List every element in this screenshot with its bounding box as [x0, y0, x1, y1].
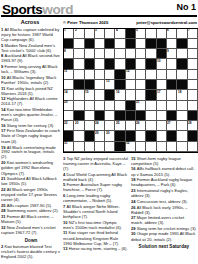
clue-item: 3 Top NZ jockey enjoyed successful train…: [63, 156, 128, 171]
grid-cell[interactable]: [157, 29, 167, 39]
cell-number: 15: [85, 90, 88, 93]
grid-cell[interactable]: [115, 101, 125, 111]
black-cell: [105, 59, 115, 69]
clue-item: 24 Concussion test, abbrev (3).: [131, 199, 197, 204]
grid-cell[interactable]: [105, 121, 115, 131]
grid-cell[interactable]: 10: [157, 59, 167, 69]
grid-cell[interactable]: 25: [115, 121, 125, 131]
clue-number: 5: [63, 183, 66, 187]
grid-cell[interactable]: 31: [64, 142, 74, 152]
grid-cell[interactable]: [188, 39, 198, 49]
clue-number: 18: [131, 178, 137, 182]
grid-cell[interactable]: [146, 142, 156, 152]
clue-item: 31 Former All Black centre, – Matson (5)…: [1, 214, 61, 224]
grid-cell[interactable]: [188, 80, 198, 90]
grid-cell[interactable]: 27: [167, 121, 177, 131]
clue-item: 8 Auckland All Black second-five 1993-97…: [1, 54, 61, 64]
grid-cell[interactable]: [64, 111, 74, 121]
down-clue-column-right: 15 Short-form rugby league competition (…: [131, 156, 197, 250]
grid-cell[interactable]: [188, 142, 198, 152]
grid-cell[interactable]: 16: [115, 90, 125, 100]
black-cell: [115, 111, 125, 121]
grid-cell[interactable]: [146, 111, 156, 121]
clue-item: 2 Kiwi batsman blasted Test cricket's fa…: [1, 244, 61, 259]
grid-cell[interactable]: 20: [64, 101, 74, 111]
grid-cell[interactable]: [146, 29, 156, 39]
grid-cell[interactable]: 22: [64, 121, 74, 131]
clue-number: 10: [1, 75, 7, 79]
grid-cell[interactable]: [157, 111, 167, 121]
clue-number: 20: [1, 160, 7, 164]
grid-cell[interactable]: [167, 101, 177, 111]
grid-cell[interactable]: [188, 70, 198, 80]
grid-cell[interactable]: [167, 142, 177, 152]
across-clue-list: 1 All Blacks captain sidelined by injury…: [1, 27, 61, 235]
grid-cell[interactable]: [74, 142, 84, 152]
clue-item: 29 Slang term for cricket innings (3).: [131, 226, 197, 231]
grid-cell[interactable]: [167, 59, 177, 69]
grid-cell[interactable]: 9: [167, 49, 177, 59]
clue-item: 18 Former Auckland rugby league headquar…: [131, 178, 197, 188]
clue-number: 1: [1, 27, 4, 31]
clue-number: 23: [131, 188, 137, 192]
grid-cell[interactable]: [157, 142, 167, 152]
cell-number: 11: [64, 69, 67, 72]
black-cell: [64, 39, 74, 49]
grid-cell[interactable]: [177, 142, 187, 152]
black-cell: [167, 111, 177, 121]
black-cell: [105, 90, 115, 100]
black-cell: [188, 111, 198, 121]
grid-cell[interactable]: [85, 29, 95, 39]
black-cell: [146, 90, 156, 100]
black-cell: [126, 29, 136, 39]
clue-item: 30 Otago prop made 1995 All Black debut …: [131, 232, 197, 242]
cell-number: 20: [64, 100, 67, 103]
clue-number: 11: [1, 86, 6, 90]
grid-cell[interactable]: [95, 101, 105, 111]
clue-number: 5: [1, 43, 4, 47]
grid-cell[interactable]: [105, 111, 115, 121]
clue-number: 16: [131, 167, 137, 171]
grid-cell[interactable]: [95, 70, 105, 80]
grid-cell[interactable]: [74, 59, 84, 69]
grid-cell[interactable]: 15: [85, 90, 95, 100]
grid-cell[interactable]: [74, 70, 84, 80]
clue-item: 5 Maiden New Zealand men's Test cricket'…: [1, 43, 61, 53]
clue-item: 11 Kiwi utility back joined NZ Warriors …: [1, 86, 61, 96]
cell-number: 12: [126, 69, 129, 72]
black-cell: [146, 59, 156, 69]
black-cell: [136, 111, 146, 121]
clue-item: 11 Kiwi stayer ran third behind record-b…: [63, 231, 128, 246]
grid-cell[interactable]: [105, 101, 115, 111]
copyright-line: © Peter Thomson 2020: [63, 20, 108, 25]
grid-cell[interactable]: [177, 29, 187, 39]
black-cell: [126, 111, 136, 121]
grid-cell[interactable]: [136, 80, 146, 90]
cell-number: 3: [95, 28, 97, 31]
grid-cell[interactable]: 30: [105, 131, 115, 141]
grid-cell[interactable]: [115, 39, 125, 49]
clue-item: 10 All Blacks' legendary 'Black Panther'…: [1, 75, 61, 85]
clue-number: 32: [1, 225, 7, 229]
clue-number: 24: [131, 199, 137, 203]
clue-item: 15 Short-form rugby league competition (…: [131, 156, 197, 166]
grid-cell[interactable]: [146, 101, 156, 111]
black-cell: [157, 49, 167, 59]
cell-number: 10: [157, 59, 160, 62]
page-title: Sportsword: [2, 0, 73, 14]
across-heading: Across: [0, 19, 60, 25]
cell-number: 25: [116, 121, 119, 124]
grid-cell[interactable]: [95, 90, 105, 100]
crossword-grid[interactable]: 1234567891011121314151617182021222324252…: [63, 28, 198, 154]
cell-number: 27: [167, 121, 170, 124]
grid-cell[interactable]: 28: [188, 121, 198, 131]
cell-number: 32: [126, 141, 129, 144]
clue-number: 11: [63, 231, 68, 235]
clue-item: 5 Former Australian Super rugby franchis…: [63, 183, 128, 193]
solution-note: Solution next Saturday: [131, 244, 197, 250]
grid-cell[interactable]: 2: [74, 29, 84, 39]
clue-item: 32 New Zealand men's cricket captain 196…: [1, 225, 61, 235]
grid-cell[interactable]: 23: [74, 121, 84, 131]
clue-item: 14 Kiwi two-time Wimbledon men's singles…: [1, 107, 61, 122]
grid-cell[interactable]: 4: [115, 29, 125, 39]
grid-cell[interactable]: [115, 59, 125, 69]
grid-cell[interactable]: 3: [95, 29, 105, 39]
clue-item: 16 ABs halfback earned debut call-up v S…: [131, 167, 197, 177]
cell-number: 13: [106, 79, 109, 82]
grid-cell[interactable]: [157, 101, 167, 111]
clue-item: 10 NZ's first two-time Olympic men's 150…: [63, 220, 128, 230]
cell-number: 5: [136, 28, 138, 31]
grid-cell[interactable]: [177, 70, 187, 80]
clue-item: 22 All Black winger 1990s enjoyed stella…: [1, 187, 61, 202]
clue-item: 12 Highlanders All Black centre 2014-17 …: [1, 97, 61, 107]
grid-cell[interactable]: [95, 49, 105, 59]
clue-number: 3: [63, 156, 66, 160]
down-clue-list-middle: 3 Top NZ jockey enjoyed successful train…: [63, 156, 128, 252]
grid-cell[interactable]: [126, 49, 136, 59]
grid-cell[interactable]: [74, 90, 84, 100]
issue-number: No 1: [176, 2, 196, 12]
cell-number: 21: [136, 100, 139, 103]
grid-cell[interactable]: [64, 80, 74, 90]
clue-number: 29: [131, 226, 137, 230]
clue-number: 7: [63, 204, 66, 208]
clue-number: 8: [1, 54, 4, 58]
cell-number: 1: [64, 28, 66, 31]
clue-item: 9 Former long-serving All Black lock, – …: [1, 64, 61, 74]
cell-number: 23: [75, 121, 78, 124]
black-cell: [126, 39, 136, 49]
across-clue-column: 1 All Blacks captain sidelined by injury…: [1, 27, 61, 260]
grid-cell[interactable]: [85, 121, 95, 131]
grid-cell[interactable]: [177, 111, 187, 121]
grid-cell[interactable]: [105, 142, 115, 152]
grid-cell[interactable]: [188, 101, 198, 111]
grid-cell[interactable]: [126, 80, 136, 90]
cell-number: 4: [116, 28, 118, 31]
black-cell: [85, 59, 95, 69]
grid-cell[interactable]: [95, 39, 105, 49]
black-cell: [177, 80, 187, 90]
grid-cell[interactable]: 8: [64, 49, 74, 59]
grid-cell[interactable]: [146, 49, 156, 59]
clue-number: 4: [63, 172, 66, 176]
grid-cell[interactable]: 12: [126, 70, 136, 80]
down-clue-list-right: 15 Short-form rugby league competition (…: [131, 156, 197, 242]
clue-number: 17: [1, 129, 7, 133]
cell-number: 2: [75, 28, 77, 31]
clue-number: 21: [1, 176, 7, 180]
black-cell: [167, 131, 177, 141]
black-cell: [85, 80, 95, 90]
black-cell: [115, 80, 125, 90]
grid-cell[interactable]: [167, 39, 177, 49]
grid-cell[interactable]: 24: [95, 121, 105, 131]
black-cell: [95, 111, 105, 121]
grid-cell[interactable]: [167, 70, 177, 80]
black-cell: [85, 39, 95, 49]
grid-cell[interactable]: [85, 70, 95, 80]
grid-cell[interactable]: 26: [136, 121, 146, 131]
grid-cell[interactable]: [105, 49, 115, 59]
clue-item: 20 Kiwi women's windsurfing golden girl …: [1, 160, 61, 175]
black-cell: [146, 39, 156, 49]
grid-cell[interactable]: 6: [167, 29, 177, 39]
cell-number: 30: [106, 131, 109, 134]
grid-cell[interactable]: [85, 142, 95, 152]
grid-cell[interactable]: [95, 142, 105, 152]
cell-number: 29: [95, 131, 98, 134]
clue-item: 7 All Black winger Nehe Milner-Skudder's…: [63, 204, 128, 219]
grid-cell[interactable]: [146, 70, 156, 80]
grid-cell[interactable]: [157, 131, 167, 141]
black-cell: [74, 111, 84, 121]
masthead-rule: [1, 15, 197, 17]
clue-number: 25: [1, 203, 7, 207]
black-cell: [188, 131, 198, 141]
grid-cell[interactable]: [74, 131, 84, 141]
grid-cell[interactable]: 29: [95, 131, 105, 141]
black-cell: [177, 59, 187, 69]
grid-cell[interactable]: [188, 49, 198, 59]
grid-cell[interactable]: [146, 121, 156, 131]
grid-cell[interactable]: [177, 49, 187, 59]
down-clue-list-left: 2 Kiwi batsman blasted Test cricket's fa…: [1, 244, 61, 259]
black-cell: [146, 80, 156, 90]
grid-cell[interactable]: [95, 80, 105, 90]
clue-number: 12: [1, 97, 7, 101]
grid-cell[interactable]: [136, 70, 146, 80]
grid-cell[interactable]: [136, 39, 146, 49]
grid-cell[interactable]: [126, 121, 136, 131]
cell-number: 14: [64, 90, 67, 93]
cell-number: 28: [188, 121, 191, 124]
clue-item: 25 ABs captain 1987-90 (5).: [1, 203, 61, 208]
down-heading: Down: [1, 237, 61, 243]
cell-number: 16: [116, 90, 119, 93]
clue-item: 26 All Black lock early 1990s, – Riddell…: [131, 205, 197, 215]
black-cell: [115, 70, 125, 80]
grid-cell[interactable]: [85, 111, 95, 121]
cell-number: 22: [64, 121, 67, 124]
grid-cell[interactable]: [157, 80, 167, 90]
clue-number: 16: [1, 123, 7, 127]
grid-cell[interactable]: 11: [64, 70, 74, 80]
clue-number: 19: [1, 145, 7, 149]
clue-number: 2: [1, 244, 4, 248]
grid-cell[interactable]: 17: [157, 90, 167, 100]
black-cell: [146, 131, 156, 141]
grid-cell[interactable]: [177, 131, 187, 141]
cell-number: 31: [64, 141, 67, 144]
black-cell: [115, 131, 125, 141]
grid-cell[interactable]: [85, 49, 95, 59]
grid-cell[interactable]: 21: [136, 101, 146, 111]
grid-cell[interactable]: [85, 101, 95, 111]
black-cell: [115, 142, 125, 152]
grid-cell[interactable]: [105, 29, 115, 39]
black-cell: [167, 80, 177, 90]
grid-cell[interactable]: 18: [177, 90, 187, 100]
grid-cell[interactable]: [188, 90, 198, 100]
grid-cell[interactable]: [126, 90, 136, 100]
grid-cell[interactable]: 32: [126, 142, 136, 152]
grid-cell[interactable]: [177, 121, 187, 131]
grid-cell[interactable]: 13: [105, 80, 115, 90]
clue-number: 9: [1, 64, 4, 68]
grid-cell[interactable]: [167, 90, 177, 100]
black-cell: [126, 101, 136, 111]
clue-number: 6: [63, 193, 66, 197]
clue-item: 19 All Black centre/wing made 1992 switc…: [1, 145, 61, 160]
clue-number: 28: [1, 209, 7, 213]
clue-number: 30: [131, 232, 137, 236]
grid-cell[interactable]: [74, 49, 84, 59]
cell-number: 17: [157, 90, 160, 93]
clue-number: 14: [1, 107, 7, 111]
clue-item: 6 Long-time leading rugby commentator, –…: [63, 193, 128, 203]
cell-number: 8: [64, 49, 66, 52]
clue-number: 31: [1, 214, 7, 218]
clue-number: 27: [131, 215, 137, 219]
grid-cell[interactable]: [136, 131, 146, 141]
clue-item: 4 Dual World Cup-winning All Black midfi…: [63, 172, 128, 182]
down-clue-column-middle: 3 Top NZ jockey enjoyed successful train…: [63, 156, 128, 252]
clue-item: 21 Southland All Black fullback late 195…: [1, 176, 61, 186]
black-cell: [105, 39, 115, 49]
cell-number: 18: [178, 90, 181, 93]
grid-cell[interactable]: [136, 142, 146, 152]
grid-cell[interactable]: 5: [136, 29, 146, 39]
cell-number: 24: [95, 121, 98, 124]
grid-cell[interactable]: [157, 70, 167, 80]
black-cell: [157, 39, 167, 49]
clue-number: 10: [63, 220, 69, 224]
cell-number: 26: [136, 121, 139, 124]
clue-number: 22: [1, 187, 7, 191]
grid-cell[interactable]: [177, 101, 187, 111]
clue-item: 17 First New Zealander to coach State of…: [1, 129, 61, 144]
grid-cell[interactable]: 7: [188, 29, 198, 39]
cell-number: 6: [167, 28, 169, 31]
grid-cell[interactable]: [157, 121, 167, 131]
grid-cell[interactable]: [136, 59, 146, 69]
cell-number: 9: [167, 49, 169, 52]
clue-number: 13: [63, 246, 69, 250]
clue-number: 15: [131, 156, 137, 160]
clue-item: 27 Major limited-overs cricket match, ab…: [131, 215, 197, 225]
clue-item: 28 Swimming event, abbrev (2).: [1, 209, 61, 214]
grid-cell[interactable]: [115, 49, 125, 59]
grid-cell[interactable]: [136, 49, 146, 59]
cell-number: 7: [188, 28, 190, 31]
grid-cell[interactable]: [95, 59, 105, 69]
grid-cell[interactable]: [188, 59, 198, 69]
grid-cell[interactable]: [74, 101, 84, 111]
grid-cell[interactable]: 1: [64, 29, 74, 39]
black-cell: [74, 80, 84, 90]
clue-item: 23 International rugby's Eagles, abbrev …: [131, 188, 197, 198]
black-cell: [177, 39, 187, 49]
clue-item: 16 Slang term for century (3).: [1, 123, 61, 128]
grid-cell[interactable]: [74, 39, 84, 49]
email-line: peter@sportswordcentral.com: [136, 20, 197, 25]
clue-number: 26: [131, 205, 137, 209]
black-cell: [85, 131, 95, 141]
clue-item: 13 Horse racing term, starting – (6).: [63, 246, 128, 251]
clue-item: 1 All Blacks captain sidelined by injury…: [1, 27, 61, 42]
